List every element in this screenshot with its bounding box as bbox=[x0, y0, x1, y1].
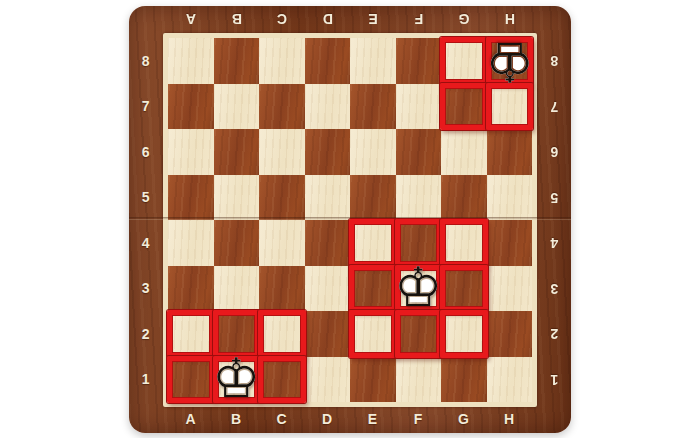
rank-label-4-left: 4 bbox=[129, 220, 163, 266]
file-label-g-bottom: G bbox=[441, 411, 487, 427]
square-g7[interactable] bbox=[441, 84, 487, 130]
square-h5[interactable] bbox=[487, 175, 533, 221]
rank-label-6-left: 6 bbox=[129, 129, 163, 175]
rank-label-6-right: 6 bbox=[537, 129, 571, 175]
square-d2[interactable] bbox=[305, 311, 351, 357]
file-label-c-bottom: C bbox=[259, 411, 305, 427]
file-label-c-top: C bbox=[259, 11, 305, 27]
square-b3[interactable] bbox=[214, 266, 260, 312]
square-h2[interactable] bbox=[487, 311, 533, 357]
square-c1[interactable] bbox=[259, 357, 305, 403]
square-d1[interactable] bbox=[305, 357, 351, 403]
white-king-outline-glyph: ♔ bbox=[485, 34, 533, 88]
square-a4[interactable] bbox=[168, 220, 214, 266]
square-h3[interactable] bbox=[487, 266, 533, 312]
square-b7[interactable] bbox=[214, 84, 260, 130]
chess-board: ♚♔♚♔♚♔ ABCDEFGH ABCDEFGH 87654321 876543… bbox=[129, 6, 571, 433]
white-king-outline-glyph: ♔ bbox=[394, 261, 442, 315]
square-e1[interactable] bbox=[350, 357, 396, 403]
square-a2[interactable] bbox=[168, 311, 214, 357]
file-label-b-top: B bbox=[214, 11, 260, 27]
file-label-f-bottom: F bbox=[396, 411, 442, 427]
rank-label-2-left: 2 bbox=[129, 311, 163, 357]
square-g3[interactable] bbox=[441, 266, 487, 312]
square-h6[interactable] bbox=[487, 129, 533, 175]
square-h4[interactable] bbox=[487, 220, 533, 266]
file-label-a-top: A bbox=[168, 11, 214, 27]
square-f5[interactable] bbox=[396, 175, 442, 221]
square-a5[interactable] bbox=[168, 175, 214, 221]
file-label-g-top: G bbox=[441, 11, 487, 27]
square-e6[interactable] bbox=[350, 129, 396, 175]
square-h8[interactable]: ♚♔ bbox=[487, 38, 533, 84]
square-e5[interactable] bbox=[350, 175, 396, 221]
rank-label-3-right: 3 bbox=[537, 266, 571, 312]
square-d5[interactable] bbox=[305, 175, 351, 221]
square-c8[interactable] bbox=[259, 38, 305, 84]
piece-white-king-f3[interactable]: ♚♔ bbox=[396, 266, 442, 312]
square-f8[interactable] bbox=[396, 38, 442, 84]
white-king-outline-glyph: ♔ bbox=[212, 352, 260, 406]
square-h1[interactable] bbox=[487, 357, 533, 403]
square-g8[interactable] bbox=[441, 38, 487, 84]
square-b8[interactable] bbox=[214, 38, 260, 84]
square-c7[interactable] bbox=[259, 84, 305, 130]
square-c4[interactable] bbox=[259, 220, 305, 266]
file-label-h-top: H bbox=[487, 11, 533, 27]
file-label-h-bottom: H bbox=[487, 411, 533, 427]
square-b1[interactable]: ♚♔ bbox=[214, 357, 260, 403]
file-label-d-top: D bbox=[305, 11, 351, 27]
rank-label-2-right: 2 bbox=[537, 311, 571, 357]
square-d8[interactable] bbox=[305, 38, 351, 84]
board-grid: ♚♔♚♔♚♔ bbox=[168, 38, 532, 402]
square-g2[interactable] bbox=[441, 311, 487, 357]
file-label-e-bottom: E bbox=[350, 411, 396, 427]
square-g5[interactable] bbox=[441, 175, 487, 221]
square-g4[interactable] bbox=[441, 220, 487, 266]
square-e2[interactable] bbox=[350, 311, 396, 357]
piece-white-king-b1[interactable]: ♚♔ bbox=[214, 357, 260, 403]
file-label-d-bottom: D bbox=[305, 411, 351, 427]
square-b4[interactable] bbox=[214, 220, 260, 266]
rank-label-1-left: 1 bbox=[129, 357, 163, 403]
square-d4[interactable] bbox=[305, 220, 351, 266]
square-e8[interactable] bbox=[350, 38, 396, 84]
rank-label-1-right: 1 bbox=[537, 357, 571, 403]
file-label-b-bottom: B bbox=[214, 411, 260, 427]
square-e3[interactable] bbox=[350, 266, 396, 312]
square-d3[interactable] bbox=[305, 266, 351, 312]
square-d7[interactable] bbox=[305, 84, 351, 130]
square-f7[interactable] bbox=[396, 84, 442, 130]
rank-label-4-right: 4 bbox=[537, 220, 571, 266]
square-d6[interactable] bbox=[305, 129, 351, 175]
square-b5[interactable] bbox=[214, 175, 260, 221]
piece-white-king-h8[interactable]: ♚♔ bbox=[487, 38, 533, 84]
square-f3[interactable]: ♚♔ bbox=[396, 266, 442, 312]
square-c2[interactable] bbox=[259, 311, 305, 357]
square-a8[interactable] bbox=[168, 38, 214, 84]
rank-label-7-right: 7 bbox=[537, 84, 571, 130]
diagram-stage: ♚♔♚♔♚♔ ABCDEFGH ABCDEFGH 87654321 876543… bbox=[0, 0, 700, 438]
rank-label-8-left: 8 bbox=[129, 38, 163, 84]
square-g6[interactable] bbox=[441, 129, 487, 175]
file-label-f-top: F bbox=[396, 11, 442, 27]
square-g1[interactable] bbox=[441, 357, 487, 403]
rank-label-8-right: 8 bbox=[537, 38, 571, 84]
square-a3[interactable] bbox=[168, 266, 214, 312]
square-a7[interactable] bbox=[168, 84, 214, 130]
file-label-a-bottom: A bbox=[168, 411, 214, 427]
file-label-e-top: E bbox=[350, 11, 396, 27]
square-b6[interactable] bbox=[214, 129, 260, 175]
square-a1[interactable] bbox=[168, 357, 214, 403]
square-c5[interactable] bbox=[259, 175, 305, 221]
rank-label-5-left: 5 bbox=[129, 175, 163, 221]
rank-label-3-left: 3 bbox=[129, 266, 163, 312]
rank-label-5-right: 5 bbox=[537, 175, 571, 221]
rank-label-7-left: 7 bbox=[129, 84, 163, 130]
square-f6[interactable] bbox=[396, 129, 442, 175]
square-c3[interactable] bbox=[259, 266, 305, 312]
square-e7[interactable] bbox=[350, 84, 396, 130]
square-a6[interactable] bbox=[168, 129, 214, 175]
square-f1[interactable] bbox=[396, 357, 442, 403]
square-c6[interactable] bbox=[259, 129, 305, 175]
square-e4[interactable] bbox=[350, 220, 396, 266]
